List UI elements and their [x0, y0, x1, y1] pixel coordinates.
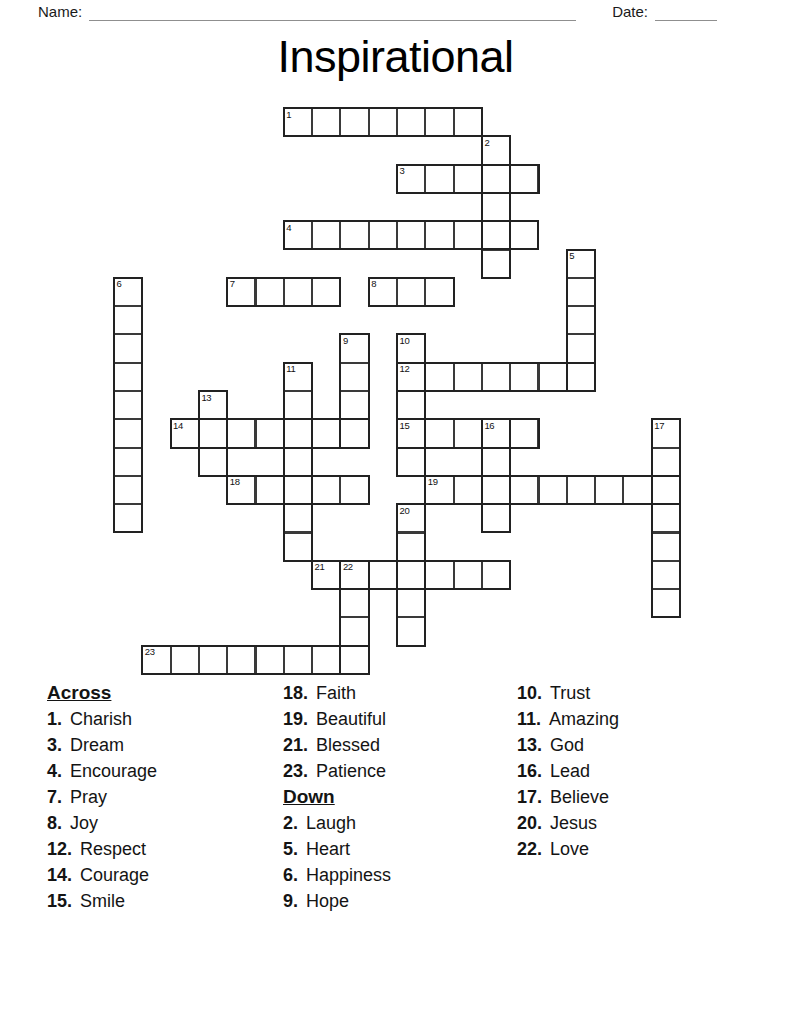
grid-cell[interactable] [311, 220, 341, 250]
grid-cell[interactable] [113, 390, 143, 420]
clue-item-9: 9.Hope [283, 888, 391, 914]
clue-item-word: Beautiful [316, 709, 386, 729]
grid-cell[interactable] [481, 220, 511, 250]
clue-item-word: Amazing [549, 709, 619, 729]
grid-cell[interactable] [113, 333, 143, 363]
name-blank-line[interactable] [89, 5, 576, 21]
cell-number-23: 23 [145, 647, 155, 657]
clue-item-number: 9. [283, 891, 298, 911]
clue-item-18: 18.Faith [283, 680, 391, 706]
cell-number-7: 7 [230, 279, 235, 289]
date-label: Date: [612, 3, 648, 21]
grid-cell[interactable] [566, 305, 596, 335]
grid-cell[interactable] [283, 447, 313, 477]
clue-item-number: 12. [47, 839, 72, 859]
worksheet-header: Name: Date: [38, 3, 717, 21]
grid-cell[interactable] [481, 447, 511, 477]
crossword-grid: 1347812141518192123256910111316172022 [113, 107, 681, 675]
grid-cell[interactable] [113, 475, 143, 505]
grid-cell[interactable] [481, 362, 511, 392]
grid-cell[interactable] [311, 418, 341, 448]
clue-item-3: 3.Dream [47, 732, 157, 758]
cell-number-17: 17 [654, 421, 664, 431]
clue-item-8: 8.Joy [47, 810, 157, 836]
grid-cell[interactable] [255, 277, 285, 307]
grid-cell[interactable] [509, 164, 539, 194]
grid-cell[interactable] [255, 645, 285, 675]
grid-cell[interactable] [481, 503, 511, 533]
clue-item-number: 5. [283, 839, 298, 859]
grid-cell[interactable] [481, 249, 511, 279]
cell-number-4: 4 [286, 223, 291, 233]
cell-number-5: 5 [569, 251, 574, 261]
clue-item-word: Pray [70, 787, 107, 807]
clue-item-number: 11. [517, 709, 541, 729]
grid-cell[interactable] [453, 107, 483, 137]
grid-cell[interactable] [424, 560, 454, 590]
clue-item-word: Heart [306, 839, 350, 859]
grid-cell[interactable] [538, 362, 568, 392]
grid-cell[interactable] [566, 362, 596, 392]
grid-cell[interactable] [113, 503, 143, 533]
cell-number-15: 15 [400, 421, 410, 431]
grid-cell[interactable] [509, 362, 539, 392]
cell-number-22: 22 [343, 562, 353, 572]
grid-cell[interactable] [396, 560, 426, 590]
name-label: Name: [38, 3, 82, 21]
clue-item-number: 19. [283, 709, 308, 729]
clue-item-word: Faith [316, 683, 356, 703]
clue-item-number: 22. [517, 839, 542, 859]
clue-item-word: Smile [80, 891, 125, 911]
grid-cell[interactable] [651, 475, 681, 505]
grid-cell[interactable] [396, 390, 426, 420]
cell-number-6: 6 [117, 279, 122, 289]
clue-item-number: 18. [283, 683, 308, 703]
clue-item-12: 12.Respect [47, 836, 157, 862]
clue-item-word: Dream [70, 735, 124, 755]
clue-item-word: Laugh [306, 813, 356, 833]
clue-item-number: 4. [47, 761, 62, 781]
grid-cell[interactable] [283, 418, 313, 448]
clue-item-word: Believe [550, 787, 609, 807]
grid-cell[interactable] [424, 362, 454, 392]
grid-cell[interactable] [368, 220, 398, 250]
grid-cell[interactable] [651, 532, 681, 562]
clue-item-1: 1.Charish [47, 706, 157, 732]
grid-cell[interactable] [566, 277, 596, 307]
cell-number-16: 16 [484, 421, 494, 431]
grid-cell[interactable] [113, 447, 143, 477]
clue-item-23: 23.Patience [283, 758, 391, 784]
grid-cell[interactable] [283, 532, 313, 562]
cell-number-3: 3 [400, 166, 405, 176]
clue-item-number: 23. [283, 761, 308, 781]
grid-cell[interactable] [396, 277, 426, 307]
date-blank-line[interactable] [655, 5, 717, 21]
grid-cell[interactable] [339, 390, 369, 420]
grid-cell[interactable] [198, 645, 228, 675]
grid-cell[interactable] [283, 277, 313, 307]
cell-number-19: 19 [428, 477, 438, 487]
grid-cell[interactable] [339, 107, 369, 137]
grid-cell[interactable] [339, 645, 369, 675]
cell-number-18: 18 [230, 477, 240, 487]
grid-cell[interactable] [311, 475, 341, 505]
grid-cell[interactable] [651, 447, 681, 477]
cell-number-12: 12 [400, 364, 410, 374]
grid-cell[interactable] [339, 362, 369, 392]
clue-item-15: 15.Smile [47, 888, 157, 914]
clue-item-number: 13. [517, 735, 542, 755]
clue-item-word: Respect [80, 839, 146, 859]
grid-cell[interactable] [453, 418, 483, 448]
grid-cell[interactable] [453, 164, 483, 194]
clue-item-number: 2. [283, 813, 298, 833]
grid-cell[interactable] [481, 192, 511, 222]
clues-section-header-across: Across [47, 680, 157, 706]
clue-item-21: 21.Blessed [283, 732, 391, 758]
grid-cell[interactable] [113, 305, 143, 335]
clues-section-header-down: Down [283, 784, 391, 810]
cell-number-1: 1 [286, 110, 291, 120]
clue-item-number: 15. [47, 891, 72, 911]
cell-number-13: 13 [201, 393, 211, 403]
grid-cell[interactable] [283, 503, 313, 533]
clue-item-6: 6.Happiness [283, 862, 391, 888]
grid-cell[interactable] [396, 532, 426, 562]
grid-cell[interactable] [622, 475, 652, 505]
clue-item-13: 13.God [517, 732, 619, 758]
clue-item-number: 3. [47, 735, 62, 755]
clue-item-number: 16. [517, 761, 542, 781]
cell-number-2: 2 [484, 138, 489, 148]
grid-cell[interactable] [453, 560, 483, 590]
grid-cell[interactable] [283, 390, 313, 420]
clue-list: Across1.Charish3.Dream4.Encourage7.Pray8… [0, 680, 791, 940]
grid-cell[interactable] [509, 220, 539, 250]
clue-column-2: 18.Faith19.Beautiful21.Blessed23.Patienc… [283, 680, 391, 914]
grid-cell[interactable] [396, 447, 426, 477]
clue-item-word: Happiness [306, 865, 391, 885]
grid-cell[interactable] [481, 475, 511, 505]
grid-cell[interactable] [453, 362, 483, 392]
grid-cell[interactable] [651, 588, 681, 618]
grid-cell[interactable] [198, 418, 228, 448]
grid-cell[interactable] [311, 107, 341, 137]
clue-item-number: 10. [517, 683, 542, 703]
grid-cell[interactable] [396, 588, 426, 618]
grid-cell[interactable] [453, 475, 483, 505]
grid-cell[interactable] [424, 107, 454, 137]
cell-number-20: 20 [400, 506, 410, 516]
clue-item-4: 4.Encourage [47, 758, 157, 784]
clue-item-22: 22.Love [517, 836, 619, 862]
clue-item-number: 20. [517, 813, 542, 833]
clue-item-word: Joy [70, 813, 98, 833]
grid-cell[interactable] [453, 220, 483, 250]
clue-item-word: Hope [306, 891, 349, 911]
clue-item-number: 6. [283, 865, 298, 885]
grid-cell[interactable] [113, 362, 143, 392]
grid-cell[interactable] [368, 107, 398, 137]
grid-cell[interactable] [424, 164, 454, 194]
clue-item-number: 8. [47, 813, 62, 833]
clue-column-3: 10.Trust11.Amazing13.God16.Lead17.Believ… [517, 680, 619, 862]
clue-item-10: 10.Trust [517, 680, 619, 706]
clue-item-word: Jesus [550, 813, 597, 833]
clue-item-word: Trust [550, 683, 590, 703]
clue-item-word: Love [550, 839, 589, 859]
clue-item-word: Encourage [70, 761, 157, 781]
clue-item-20: 20.Jesus [517, 810, 619, 836]
grid-cell[interactable] [283, 645, 313, 675]
clue-item-word: Charish [70, 709, 132, 729]
clue-item-word: Lead [550, 761, 590, 781]
clue-item-word: God [550, 735, 584, 755]
clue-item-19: 19.Beautiful [283, 706, 391, 732]
cell-number-14: 14 [173, 421, 183, 431]
grid-cell[interactable] [396, 616, 426, 646]
grid-cell[interactable] [283, 475, 313, 505]
grid-cell[interactable] [594, 475, 624, 505]
grid-cell[interactable] [339, 475, 369, 505]
grid-cell[interactable] [538, 475, 568, 505]
clue-item-number: 1. [47, 709, 62, 729]
grid-cell[interactable] [481, 164, 511, 194]
clue-item-14: 14.Courage [47, 862, 157, 888]
clue-item-16: 16.Lead [517, 758, 619, 784]
cell-number-8: 8 [371, 279, 376, 289]
grid-cell[interactable] [113, 418, 143, 448]
cell-number-11: 11 [286, 364, 295, 374]
grid-cell[interactable] [311, 277, 341, 307]
grid-cell[interactable] [566, 475, 596, 505]
grid-cell[interactable] [311, 645, 341, 675]
grid-cell[interactable] [368, 560, 398, 590]
grid-cell[interactable] [339, 616, 369, 646]
grid-cell[interactable] [651, 560, 681, 590]
grid-cell[interactable] [424, 220, 454, 250]
clue-item-number: 14. [47, 865, 72, 885]
clue-item-number: 7. [47, 787, 62, 807]
grid-cell[interactable] [226, 418, 256, 448]
grid-cell[interactable] [339, 588, 369, 618]
grid-cell[interactable] [226, 645, 256, 675]
clue-item-number: 21. [283, 735, 308, 755]
clue-item-7: 7.Pray [47, 784, 157, 810]
clue-item-11: 11.Amazing [517, 706, 619, 732]
page-title: Inspirational [0, 31, 791, 83]
grid-cell[interactable] [255, 418, 285, 448]
cell-number-9: 9 [343, 336, 348, 346]
grid-cell[interactable] [509, 475, 539, 505]
grid-cell[interactable] [339, 220, 369, 250]
clue-item-2: 2.Laugh [283, 810, 391, 836]
grid-cell[interactable] [339, 418, 369, 448]
grid-cell[interactable] [170, 645, 200, 675]
grid-cell[interactable] [651, 503, 681, 533]
clue-item-5: 5.Heart [283, 836, 391, 862]
cell-number-10: 10 [400, 336, 410, 346]
grid-cell[interactable] [509, 418, 539, 448]
clue-column-1: Across1.Charish3.Dream4.Encourage7.Pray8… [47, 680, 157, 914]
cell-number-21: 21 [315, 562, 325, 572]
clue-item-word: Patience [316, 761, 386, 781]
grid-cell[interactable] [566, 333, 596, 363]
grid-cell[interactable] [396, 220, 426, 250]
clue-item-word: Courage [80, 865, 149, 885]
clue-item-word: Blessed [316, 735, 380, 755]
clue-item-number: 17. [517, 787, 542, 807]
grid-cell[interactable] [396, 107, 426, 137]
grid-cell[interactable] [424, 277, 454, 307]
grid-cell[interactable] [424, 418, 454, 448]
grid-cell[interactable] [255, 475, 285, 505]
clue-item-17: 17.Believe [517, 784, 619, 810]
grid-cell[interactable] [198, 447, 228, 477]
grid-cell[interactable] [481, 560, 511, 590]
